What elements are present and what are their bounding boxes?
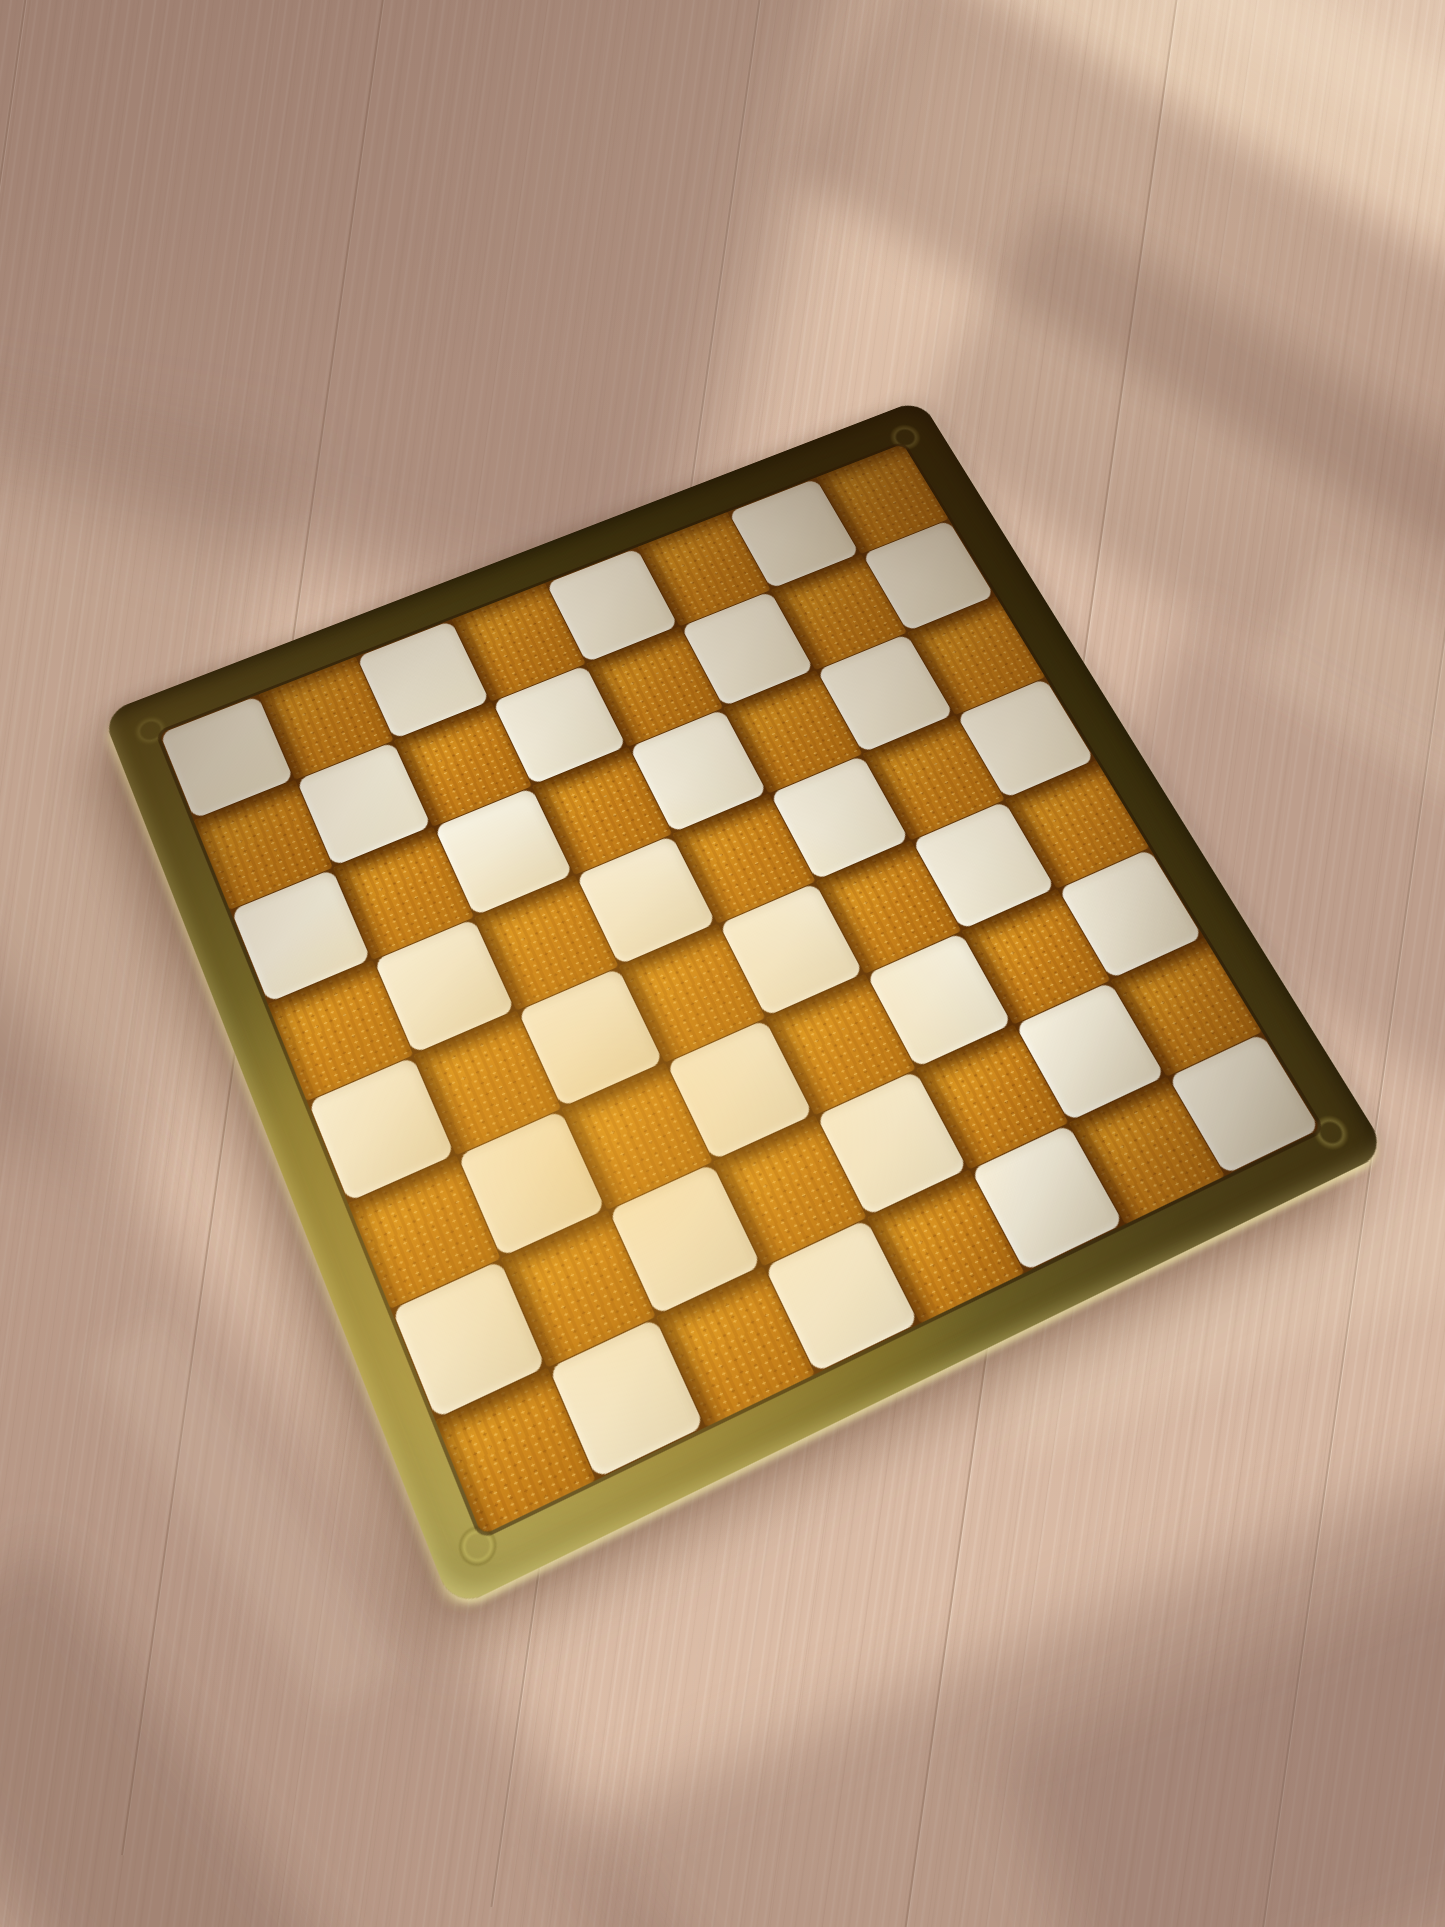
plank-seam (0, 0, 107, 1806)
plank-seam (1250, 0, 1445, 1927)
photo-scene (0, 0, 1445, 1927)
